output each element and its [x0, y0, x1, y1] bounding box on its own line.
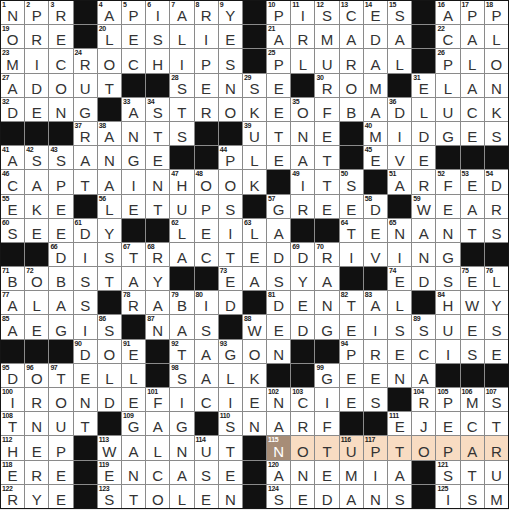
cell-r1c8[interactable]: 7A [170, 1, 193, 24]
cell-r18c14[interactable]: F [315, 412, 338, 435]
cell-r13c6[interactable]: 78R [122, 291, 145, 314]
cell-r5c6[interactable]: 33A [122, 98, 145, 121]
cell-r15c17[interactable]: E [388, 340, 411, 363]
cell-r8c11[interactable]: K [243, 170, 266, 193]
cell-r21c15[interactable]: A [340, 485, 363, 508]
cell-r8c9[interactable]: 48O [195, 170, 218, 193]
cell-r5c8[interactable]: T [170, 98, 193, 121]
cell-r20c13[interactable]: N [291, 461, 314, 484]
cell-r8c15[interactable]: 50S [340, 170, 363, 193]
cell-r11c13[interactable]: 69D [291, 243, 314, 266]
cell-r2c20[interactable]: A [461, 25, 484, 48]
cell-r5c19[interactable]: U [436, 98, 459, 121]
cell-r3c19[interactable]: 26P [436, 49, 459, 72]
cell-r10c21[interactable]: S [485, 219, 508, 242]
cell-r1c5[interactable]: 4A [98, 1, 121, 24]
cell-r7c10[interactable]: 44P [219, 146, 242, 169]
cell-r4c2[interactable]: D [25, 74, 48, 97]
cell-r12c5[interactable]: T [98, 267, 121, 290]
cell-r10c15[interactable]: 64T [340, 219, 363, 242]
cell-r15c11[interactable]: O [243, 340, 266, 363]
cell-r11c15[interactable]: I [340, 243, 363, 266]
cell-r1c16[interactable]: 14E [364, 1, 387, 24]
cell-r3c15[interactable]: R [340, 49, 363, 72]
cell-r1c21[interactable]: 18P [485, 1, 508, 24]
cell-r19c13[interactable]: O [291, 436, 314, 459]
cell-r6c7[interactable]: T [146, 122, 169, 145]
cell-r3c7[interactable]: H [146, 49, 169, 72]
cell-r18c18[interactable]: J [412, 412, 435, 435]
cell-r9c13[interactable]: R [291, 195, 314, 218]
cell-r1c13[interactable]: 11I [291, 1, 314, 24]
cell-r13c4[interactable]: S [74, 291, 97, 314]
cell-r13c20[interactable]: W [461, 291, 484, 314]
cell-r21c6[interactable]: T [122, 485, 145, 508]
cell-r19c21[interactable]: R [485, 436, 508, 459]
cell-r17c2[interactable]: R [25, 388, 48, 411]
cell-r20c12[interactable]: 120A [267, 461, 290, 484]
cell-r8c19[interactable]: 52F [436, 170, 459, 193]
cell-r10c3[interactable]: E [49, 219, 72, 242]
cell-r18c8[interactable]: G [170, 412, 193, 435]
cell-r9c14[interactable]: E [315, 195, 338, 218]
cell-r11c3[interactable]: 66D [49, 243, 72, 266]
cell-r6c20[interactable]: E [461, 122, 484, 145]
cell-r7c14[interactable]: T [315, 146, 338, 169]
cell-r6c21[interactable]: S [485, 122, 508, 145]
cell-r5c14[interactable]: F [315, 98, 338, 121]
cell-r19c5[interactable]: 113W [98, 436, 121, 459]
cell-r8c7[interactable]: N [146, 170, 169, 193]
cell-r1c14[interactable]: 12S [315, 1, 338, 24]
cell-r13c19[interactable]: 84H [436, 291, 459, 314]
cell-r10c4[interactable]: 61D [74, 219, 97, 242]
cell-r6c19[interactable]: G [436, 122, 459, 145]
cell-r10c2[interactable]: E [25, 219, 48, 242]
cell-r6c17[interactable]: I [388, 122, 411, 145]
cell-r12c6[interactable]: A [122, 267, 145, 290]
cell-r12c11[interactable]: A [243, 267, 266, 290]
cell-r10c17[interactable]: 65N [388, 219, 411, 242]
cell-r17c7[interactable]: 101F [146, 388, 169, 411]
cell-r8c4[interactable]: T [74, 170, 97, 193]
cell-r12c19[interactable]: S [436, 267, 459, 290]
cell-r12c3[interactable]: B [49, 267, 72, 290]
cell-r16c3[interactable]: 97T [49, 364, 72, 387]
cell-r8c3[interactable]: P [49, 170, 72, 193]
cell-r20c9[interactable]: S [195, 461, 218, 484]
cell-r17c3[interactable]: O [49, 388, 72, 411]
cell-r15c8[interactable]: 92T [170, 340, 193, 363]
cell-r13c21[interactable]: Y [485, 291, 508, 314]
cell-r11c9[interactable]: C [195, 243, 218, 266]
cell-r15c21[interactable]: E [485, 340, 508, 363]
cell-r2c12[interactable]: 21A [267, 25, 290, 48]
cell-r18c21[interactable]: T [485, 412, 508, 435]
cell-r1c1[interactable]: 1N [1, 1, 24, 24]
cell-r17c13[interactable]: 103C [291, 388, 314, 411]
cell-r9c18[interactable]: 59W [412, 195, 435, 218]
cell-r18c1[interactable]: 108T [1, 412, 24, 435]
cell-r5c4[interactable]: G [74, 98, 97, 121]
cell-r8c17[interactable]: 51A [388, 170, 411, 193]
cell-r12c20[interactable]: 75E [461, 267, 484, 290]
cell-r5c1[interactable]: 32D [1, 98, 24, 121]
cell-r2c15[interactable]: A [340, 25, 363, 48]
cell-r4c5[interactable]: T [98, 74, 121, 97]
cell-r19c9[interactable]: 114U [195, 436, 218, 459]
cell-r17c10[interactable]: I [219, 388, 242, 411]
cell-r15c4[interactable]: 90D [74, 340, 97, 363]
cell-r12c14[interactable]: A [315, 267, 338, 290]
cell-r7c17[interactable]: V [388, 146, 411, 169]
cell-r19c6[interactable]: A [122, 436, 145, 459]
cell-r14c12[interactable]: E [267, 315, 290, 338]
cell-r21c10[interactable]: N [219, 485, 242, 508]
cell-r2c13[interactable]: R [291, 25, 314, 48]
cell-r16c15[interactable]: E [340, 364, 363, 387]
cell-r20c10[interactable]: E [219, 461, 242, 484]
cell-r17c8[interactable]: I [170, 388, 193, 411]
cell-r21c1[interactable]: 122R [1, 485, 24, 508]
cell-r15c6[interactable]: 91E [122, 340, 145, 363]
cell-r21c19[interactable]: 125I [436, 485, 459, 508]
cell-r2c9[interactable]: I [195, 25, 218, 48]
cell-r13c9[interactable]: 80I [195, 291, 218, 314]
cell-r4c11[interactable]: 29S [243, 74, 266, 97]
cell-r5c9[interactable]: R [195, 98, 218, 121]
cell-r17c4[interactable]: N [74, 388, 97, 411]
cell-r19c12[interactable]: 115N [267, 436, 290, 459]
cell-r20c7[interactable]: C [146, 461, 169, 484]
cell-r7c2[interactable]: 42S [25, 146, 48, 169]
cell-r6c14[interactable]: E [315, 122, 338, 145]
cell-r3c4[interactable]: 24R [74, 49, 97, 72]
cell-r8c10[interactable]: O [219, 170, 242, 193]
cell-r9c2[interactable]: K [25, 195, 48, 218]
cell-r9c1[interactable]: 55E [1, 195, 24, 218]
cell-r20c20[interactable]: T [461, 461, 484, 484]
cell-r14c17[interactable]: S [388, 315, 411, 338]
cell-r14c15[interactable]: E [340, 315, 363, 338]
cell-r3c14[interactable]: U [315, 49, 338, 72]
cell-r2c16[interactable]: D [364, 25, 387, 48]
cell-r4c15[interactable]: O [340, 74, 363, 97]
cell-r13c14[interactable]: N [315, 291, 338, 314]
cell-r21c3[interactable]: E [49, 485, 72, 508]
cell-r21c2[interactable]: Y [25, 485, 48, 508]
cell-r9c7[interactable]: T [146, 195, 169, 218]
cell-r3c13[interactable]: L [291, 49, 314, 72]
cell-r4c4[interactable]: U [74, 74, 97, 97]
cell-r5c18[interactable]: L [412, 98, 435, 121]
cell-r2c17[interactable]: A [388, 25, 411, 48]
cell-r21c14[interactable]: D [315, 485, 338, 508]
cell-r13c3[interactable]: A [49, 291, 72, 314]
cell-r15c18[interactable]: C [412, 340, 435, 363]
cell-r19c19[interactable]: P [436, 436, 459, 459]
cell-r21c8[interactable]: L [170, 485, 193, 508]
cell-r21c16[interactable]: N [364, 485, 387, 508]
cell-r16c17[interactable]: N [388, 364, 411, 387]
cell-r3c16[interactable]: A [364, 49, 387, 72]
cell-r2c21[interactable]: L [485, 25, 508, 48]
cell-r7c1[interactable]: 41A [1, 146, 24, 169]
cell-r15c12[interactable]: N [267, 340, 290, 363]
cell-r11c10[interactable]: T [219, 243, 242, 266]
cell-r19c15[interactable]: 116U [340, 436, 363, 459]
cell-r14c5[interactable]: 86S [98, 315, 121, 338]
cell-r13c16[interactable]: 83A [364, 291, 387, 314]
cell-r10c19[interactable]: N [436, 219, 459, 242]
cell-r7c12[interactable]: E [267, 146, 290, 169]
cell-r10c10[interactable]: I [219, 219, 242, 242]
cell-r9c12[interactable]: 57G [267, 195, 290, 218]
cell-r19c17[interactable]: T [388, 436, 411, 459]
cell-r12c10[interactable]: 73E [219, 267, 242, 290]
cell-r5c11[interactable]: K [243, 98, 266, 121]
cell-r21c9[interactable]: E [195, 485, 218, 508]
cell-r3c20[interactable]: L [461, 49, 484, 72]
cell-r10c11[interactable]: 63L [243, 219, 266, 242]
cell-r11c11[interactable]: E [243, 243, 266, 266]
cell-r21c12[interactable]: 124S [267, 485, 290, 508]
cell-r19c7[interactable]: L [146, 436, 169, 459]
cell-r16c11[interactable]: K [243, 364, 266, 387]
cell-r7c18[interactable]: E [412, 146, 435, 169]
cell-r16c9[interactable]: A [195, 364, 218, 387]
cell-r5c13[interactable]: 35O [291, 98, 314, 121]
cell-r7c3[interactable]: 43S [49, 146, 72, 169]
cell-r2c19[interactable]: 22C [436, 25, 459, 48]
cell-r8c20[interactable]: 53E [461, 170, 484, 193]
cell-r16c4[interactable]: E [74, 364, 97, 387]
cell-r6c12[interactable]: T [267, 122, 290, 145]
cell-r7c5[interactable]: N [98, 146, 121, 169]
cell-r8c5[interactable]: A [98, 170, 121, 193]
cell-r18c19[interactable]: E [436, 412, 459, 435]
cell-r9c16[interactable]: 58D [364, 195, 387, 218]
cell-r7c16[interactable]: 45E [364, 146, 387, 169]
cell-r4c16[interactable]: M [364, 74, 387, 97]
cell-r12c7[interactable]: Y [146, 267, 169, 290]
cell-r5c20[interactable]: C [461, 98, 484, 121]
cell-r16c10[interactable]: L [219, 364, 242, 387]
cell-r19c14[interactable]: T [315, 436, 338, 459]
cell-r6c8[interactable]: S [170, 122, 193, 145]
cell-r13c15[interactable]: 82T [340, 291, 363, 314]
cell-r8c13[interactable]: 49I [291, 170, 314, 193]
cell-r17c1[interactable]: 100I [1, 388, 24, 411]
cell-r13c8[interactable]: 79B [170, 291, 193, 314]
cell-r17c9[interactable]: C [195, 388, 218, 411]
cell-r4c19[interactable]: L [436, 74, 459, 97]
cell-r13c10[interactable]: D [219, 291, 242, 314]
cell-r12c13[interactable]: Y [291, 267, 314, 290]
cell-r16c1[interactable]: 95D [1, 364, 24, 387]
cell-r9c9[interactable]: P [195, 195, 218, 218]
cell-r9c19[interactable]: E [436, 195, 459, 218]
cell-r2c5[interactable]: 20L [98, 25, 121, 48]
cell-r17c16[interactable]: S [364, 388, 387, 411]
cell-r2c10[interactable]: E [219, 25, 242, 48]
cell-r18c2[interactable]: N [25, 412, 48, 435]
cell-r7c13[interactable]: A [291, 146, 314, 169]
cell-r2c14[interactable]: M [315, 25, 338, 48]
cell-r12c12[interactable]: S [267, 267, 290, 290]
cell-r21c13[interactable]: E [291, 485, 314, 508]
cell-r14c16[interactable]: I [364, 315, 387, 338]
cell-r10c8[interactable]: 62L [170, 219, 193, 242]
cell-r14c20[interactable]: E [461, 315, 484, 338]
cell-r3c2[interactable]: I [25, 49, 48, 72]
cell-r1c15[interactable]: 13C [340, 1, 363, 24]
cell-r14c3[interactable]: G [49, 315, 72, 338]
cell-r19c18[interactable]: O [412, 436, 435, 459]
cell-r6c18[interactable]: D [412, 122, 435, 145]
cell-r8c1[interactable]: 46C [1, 170, 24, 193]
cell-r21c17[interactable]: S [388, 485, 411, 508]
cell-r11c14[interactable]: 70R [315, 243, 338, 266]
cell-r2c6[interactable]: E [122, 25, 145, 48]
cell-r14c1[interactable]: 85A [1, 315, 24, 338]
cell-r9c21[interactable]: R [485, 195, 508, 218]
cell-r17c11[interactable]: E [243, 388, 266, 411]
cell-r4c21[interactable]: N [485, 74, 508, 97]
cell-r11c16[interactable]: V [364, 243, 387, 266]
cell-r2c2[interactable]: R [25, 25, 48, 48]
cell-r20c1[interactable]: 118E [1, 461, 24, 484]
cell-r16c2[interactable]: 96O [25, 364, 48, 387]
cell-r1c6[interactable]: 5P [122, 1, 145, 24]
cell-r14c19[interactable]: U [436, 315, 459, 338]
cell-r1c20[interactable]: 17P [461, 1, 484, 24]
cell-r21c20[interactable]: S [461, 485, 484, 508]
cell-r10c5[interactable]: Y [98, 219, 121, 242]
cell-r10c9[interactable]: E [195, 219, 218, 242]
cell-r8c2[interactable]: A [25, 170, 48, 193]
cell-r20c8[interactable]: A [170, 461, 193, 484]
cell-r15c15[interactable]: 94P [340, 340, 363, 363]
cell-r19c2[interactable]: E [25, 436, 48, 459]
cell-r5c3[interactable]: N [49, 98, 72, 121]
cell-r8c14[interactable]: T [315, 170, 338, 193]
cell-r17c21[interactable]: 107S [485, 388, 508, 411]
cell-r9c3[interactable]: E [49, 195, 72, 218]
cell-r18c12[interactable]: A [267, 412, 290, 435]
cell-r21c21[interactable]: M [485, 485, 508, 508]
cell-r6c6[interactable]: N [122, 122, 145, 145]
cell-r6c13[interactable]: N [291, 122, 314, 145]
cell-r14c21[interactable]: S [485, 315, 508, 338]
cell-r16c18[interactable]: A [412, 364, 435, 387]
cell-r4c12[interactable]: E [267, 74, 290, 97]
cell-r16c16[interactable]: E [364, 364, 387, 387]
cell-r18c3[interactable]: U [49, 412, 72, 435]
cell-r12c17[interactable]: 74E [388, 267, 411, 290]
cell-r1c12[interactable]: 10P [267, 1, 290, 24]
cell-r1c19[interactable]: 16A [436, 1, 459, 24]
cell-r12c21[interactable]: 76L [485, 267, 508, 290]
cell-r21c5[interactable]: 123S [98, 485, 121, 508]
cell-r5c7[interactable]: 34S [146, 98, 169, 121]
cell-r18c11[interactable]: N [243, 412, 266, 435]
cell-r17c20[interactable]: 106M [461, 388, 484, 411]
cell-r16c14[interactable]: 99G [315, 364, 338, 387]
cell-r5c10[interactable]: O [219, 98, 242, 121]
cell-r14c8[interactable]: A [170, 315, 193, 338]
cell-r19c1[interactable]: 112H [1, 436, 24, 459]
cell-r11c18[interactable]: N [412, 243, 435, 266]
cell-r2c3[interactable]: E [49, 25, 72, 48]
cell-r20c16[interactable]: I [364, 461, 387, 484]
cell-r11c6[interactable]: 67T [122, 243, 145, 266]
cell-r13c12[interactable]: 81D [267, 291, 290, 314]
cell-r4c3[interactable]: O [49, 74, 72, 97]
cell-r13c1[interactable]: 77A [1, 291, 24, 314]
cell-r2c8[interactable]: L [170, 25, 193, 48]
cell-r18c10[interactable]: 110S [219, 412, 242, 435]
cell-r17c18[interactable]: 104R [412, 388, 435, 411]
cell-r11c4[interactable]: I [74, 243, 97, 266]
cell-r3c3[interactable]: C [49, 49, 72, 72]
cell-r19c8[interactable]: N [170, 436, 193, 459]
cell-r17c14[interactable]: I [315, 388, 338, 411]
cell-r14c11[interactable]: 88W [243, 315, 266, 338]
cell-r1c9[interactable]: 8R [195, 1, 218, 24]
cell-r3c6[interactable]: C [122, 49, 145, 72]
cell-r20c17[interactable]: A [388, 461, 411, 484]
cell-r4c20[interactable]: A [461, 74, 484, 97]
cell-r20c14[interactable]: E [315, 461, 338, 484]
cell-r20c19[interactable]: 121S [436, 461, 459, 484]
cell-r16c8[interactable]: 98S [170, 364, 193, 387]
cell-r3c10[interactable]: S [219, 49, 242, 72]
cell-r3c12[interactable]: 25P [267, 49, 290, 72]
cell-r14c14[interactable]: G [315, 315, 338, 338]
cell-r14c7[interactable]: 87N [146, 315, 169, 338]
cell-r8c6[interactable]: I [122, 170, 145, 193]
cell-r20c2[interactable]: R [25, 461, 48, 484]
cell-r3c9[interactable]: P [195, 49, 218, 72]
cell-r6c16[interactable]: 40M [364, 122, 387, 145]
cell-r17c5[interactable]: D [98, 388, 121, 411]
cell-r20c6[interactable]: N [122, 461, 145, 484]
cell-r14c13[interactable]: D [291, 315, 314, 338]
cell-r11c19[interactable]: G [436, 243, 459, 266]
cell-r6c4[interactable]: 37R [74, 122, 97, 145]
cell-r18c6[interactable]: 109G [122, 412, 145, 435]
cell-r20c5[interactable]: 119E [98, 461, 121, 484]
cell-r18c13[interactable]: R [291, 412, 314, 435]
cell-r15c9[interactable]: A [195, 340, 218, 363]
cell-r2c1[interactable]: 19O [1, 25, 24, 48]
cell-r9c20[interactable]: A [461, 195, 484, 218]
cell-r1c2[interactable]: 2P [25, 1, 48, 24]
cell-r8c21[interactable]: 54D [485, 170, 508, 193]
cell-r11c17[interactable]: I [388, 243, 411, 266]
cell-r9c6[interactable]: E [122, 195, 145, 218]
cell-r14c9[interactable]: S [195, 315, 218, 338]
cell-r8c18[interactable]: R [412, 170, 435, 193]
cell-r15c19[interactable]: I [436, 340, 459, 363]
cell-r14c4[interactable]: I [74, 315, 97, 338]
cell-r4c8[interactable]: 28S [170, 74, 193, 97]
cell-r4c18[interactable]: 31E [412, 74, 435, 97]
cell-r3c8[interactable]: I [170, 49, 193, 72]
cell-r11c12[interactable]: D [267, 243, 290, 266]
cell-r6c11[interactable]: 39U [243, 122, 266, 145]
